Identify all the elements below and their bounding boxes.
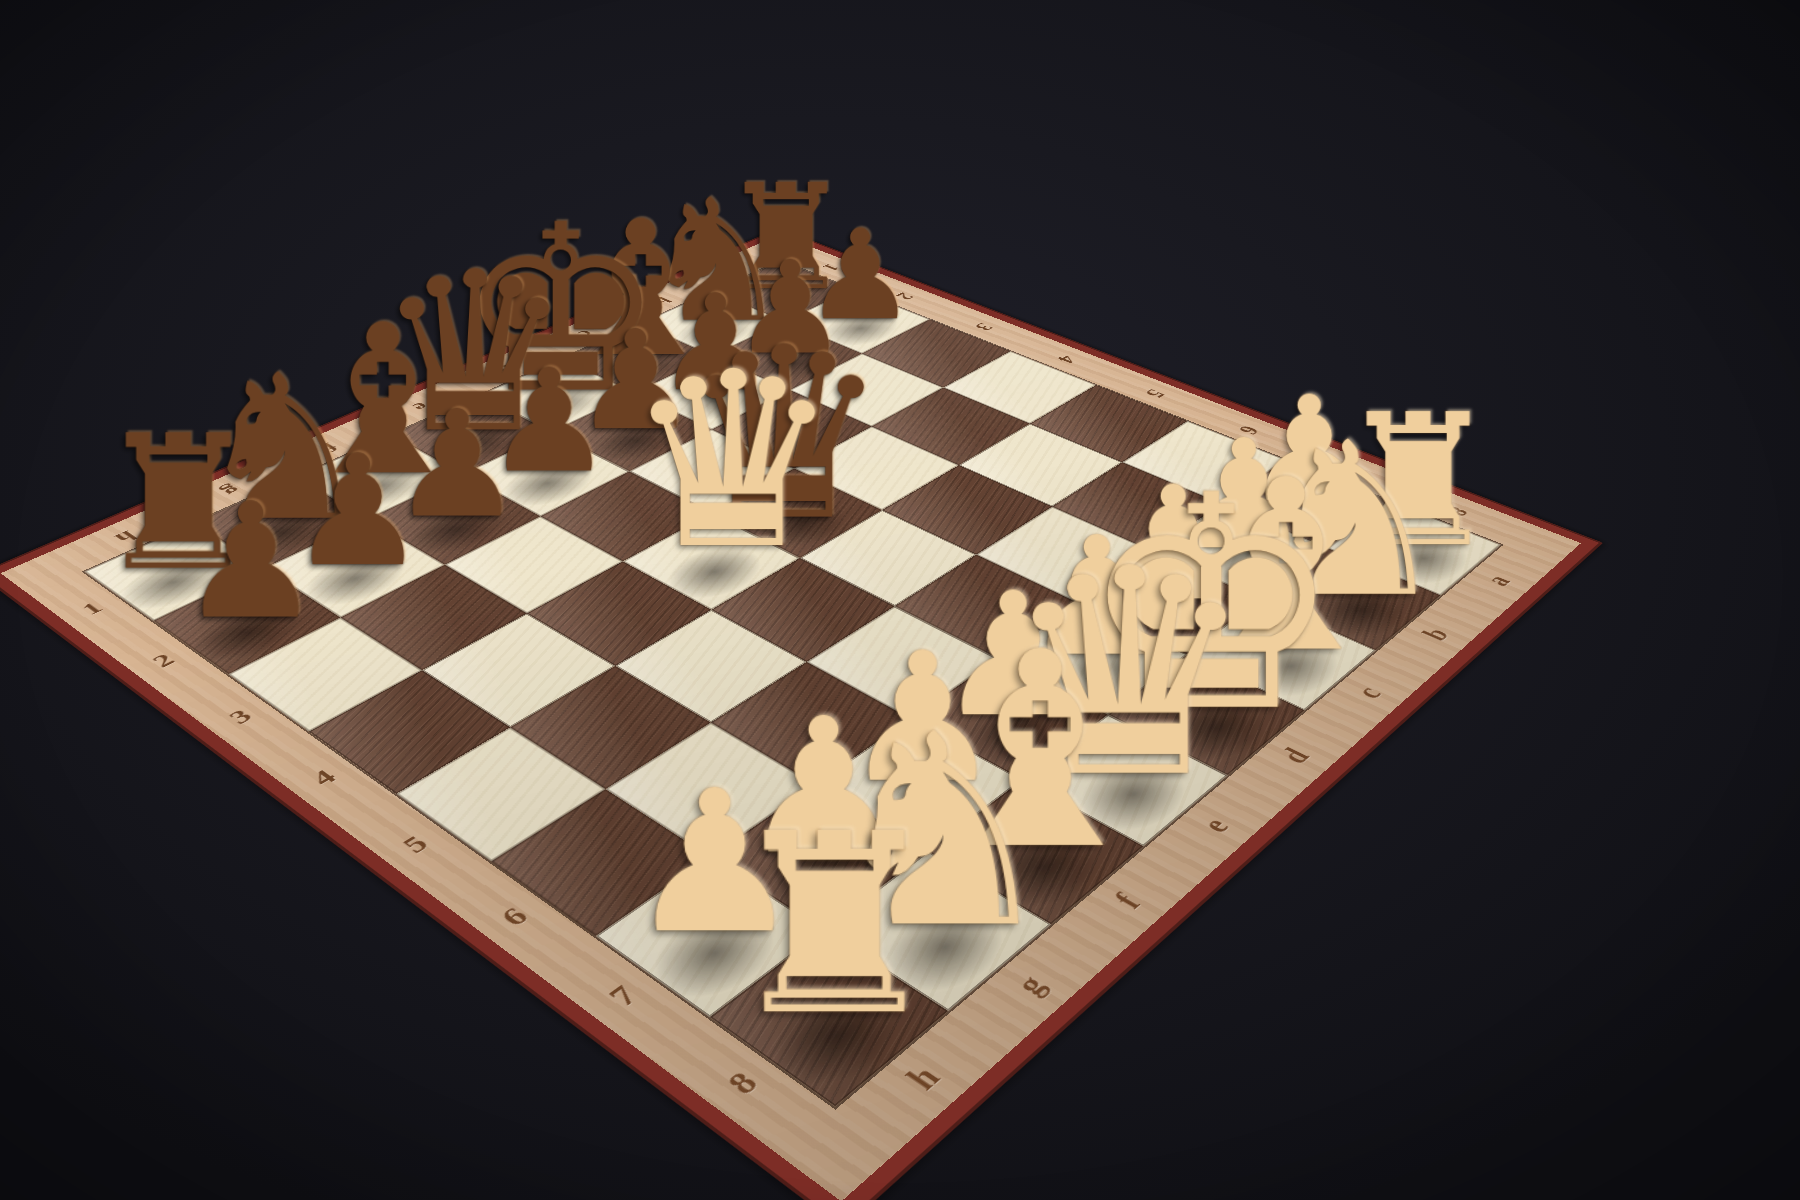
square-h8: ♜ [709, 930, 948, 1106]
board-grid: ♜♞♝♛♚♝♞♜♟♟♟♟♟♟♟♟♛♛♟♟♟♟♟♟♟♟♜♞♝♛♚♝♞♜ [84, 261, 1500, 1107]
chess-board-3d: hgfedcba hgfedcba 12345678 12345678 ♜♞♝♛… [0, 228, 1603, 1200]
photo-backdrop: hgfedcba hgfedcba 12345678 12345678 ♜♞♝♛… [0, 0, 1800, 1200]
piece-light-queen-e4: ♛ [574, 340, 892, 583]
piece-light-rook-h8: ♜ [618, 801, 1051, 1050]
piece-dark-pawn-h2: ♟ [82, 482, 418, 641]
board-notation-border: hgfedcba hgfedcba 12345678 12345678 ♜♞♝♛… [1, 235, 1581, 1200]
board-maroon-edge: hgfedcba hgfedcba 12345678 12345678 ♜♞♝♛… [0, 228, 1603, 1200]
